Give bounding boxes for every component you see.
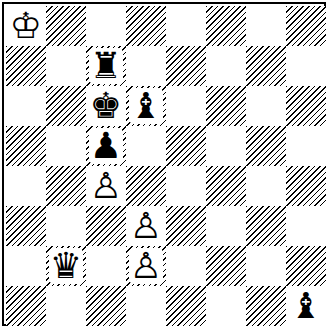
square-f2[interactable] xyxy=(206,246,246,286)
square-f4[interactable] xyxy=(206,166,246,206)
square-e7[interactable] xyxy=(166,46,206,86)
square-g6[interactable] xyxy=(246,86,286,126)
square-g5[interactable] xyxy=(246,126,286,166)
square-h1[interactable]: ♝ xyxy=(286,286,326,326)
square-h8[interactable] xyxy=(286,6,326,46)
square-a5[interactable] xyxy=(6,126,46,166)
square-d3[interactable]: ♙ xyxy=(126,206,166,246)
square-c4[interactable]: ♙ xyxy=(86,166,126,206)
piece-white-pawn: ♙ xyxy=(126,246,166,286)
square-f5[interactable] xyxy=(206,126,246,166)
piece-black-queen: ♛ xyxy=(46,246,86,286)
square-h3[interactable] xyxy=(286,206,326,246)
square-a8[interactable]: ♔ xyxy=(6,6,46,46)
piece-white-king: ♔ xyxy=(6,6,46,46)
square-a2[interactable] xyxy=(6,246,46,286)
square-b7[interactable] xyxy=(46,46,86,86)
piece-black-bishop: ♝ xyxy=(126,86,166,126)
square-a3[interactable] xyxy=(6,206,46,246)
square-d1[interactable] xyxy=(126,286,166,326)
square-g2[interactable] xyxy=(246,246,286,286)
square-a4[interactable] xyxy=(6,166,46,206)
square-b4[interactable] xyxy=(46,166,86,206)
square-g7[interactable] xyxy=(246,46,286,86)
square-g3[interactable] xyxy=(246,206,286,246)
square-c7[interactable]: ♜ xyxy=(86,46,126,86)
square-h4[interactable] xyxy=(286,166,326,206)
square-b2[interactable]: ♛ xyxy=(46,246,86,286)
piece-black-rook: ♜ xyxy=(86,46,126,86)
chess-board: ♔♜♚♝♟♙♙♛♙♝ xyxy=(6,6,326,326)
square-d6[interactable]: ♝ xyxy=(126,86,166,126)
square-f7[interactable] xyxy=(206,46,246,86)
square-h5[interactable] xyxy=(286,126,326,166)
piece-white-pawn: ♙ xyxy=(86,166,126,206)
square-c8[interactable] xyxy=(86,6,126,46)
square-h2[interactable] xyxy=(286,246,326,286)
square-d7[interactable] xyxy=(126,46,166,86)
square-e5[interactable] xyxy=(166,126,206,166)
square-e3[interactable] xyxy=(166,206,206,246)
square-b6[interactable] xyxy=(46,86,86,126)
square-f1[interactable] xyxy=(206,286,246,326)
square-c6[interactable]: ♚ xyxy=(86,86,126,126)
square-g8[interactable] xyxy=(246,6,286,46)
piece-black-bishop: ♝ xyxy=(286,286,326,326)
square-h7[interactable] xyxy=(286,46,326,86)
square-f6[interactable] xyxy=(206,86,246,126)
square-c2[interactable] xyxy=(86,246,126,286)
square-e1[interactable] xyxy=(166,286,206,326)
square-a6[interactable] xyxy=(6,86,46,126)
square-d2[interactable]: ♙ xyxy=(126,246,166,286)
square-c3[interactable] xyxy=(86,206,126,246)
square-d8[interactable] xyxy=(126,6,166,46)
square-b3[interactable] xyxy=(46,206,86,246)
square-g1[interactable] xyxy=(246,286,286,326)
square-b5[interactable] xyxy=(46,126,86,166)
square-e4[interactable] xyxy=(166,166,206,206)
square-g4[interactable] xyxy=(246,166,286,206)
square-b8[interactable] xyxy=(46,6,86,46)
square-f8[interactable] xyxy=(206,6,246,46)
square-e8[interactable] xyxy=(166,6,206,46)
square-c1[interactable] xyxy=(86,286,126,326)
square-e2[interactable] xyxy=(166,246,206,286)
piece-white-pawn: ♙ xyxy=(126,206,166,246)
piece-black-pawn: ♟ xyxy=(86,126,126,166)
square-b1[interactable] xyxy=(46,286,86,326)
square-a7[interactable] xyxy=(6,46,46,86)
square-c5[interactable]: ♟ xyxy=(86,126,126,166)
chess-diagram: ♔♜♚♝♟♙♙♛♙♝ xyxy=(0,0,332,332)
square-d4[interactable] xyxy=(126,166,166,206)
square-d5[interactable] xyxy=(126,126,166,166)
square-a1[interactable] xyxy=(6,286,46,326)
square-f3[interactable] xyxy=(206,206,246,246)
square-h6[interactable] xyxy=(286,86,326,126)
piece-black-king: ♚ xyxy=(86,86,126,126)
square-e6[interactable] xyxy=(166,86,206,126)
